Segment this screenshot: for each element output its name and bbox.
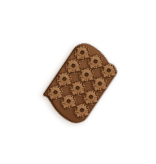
chocolate-mold-tray xyxy=(38,36,125,130)
product-photo xyxy=(0,0,156,164)
